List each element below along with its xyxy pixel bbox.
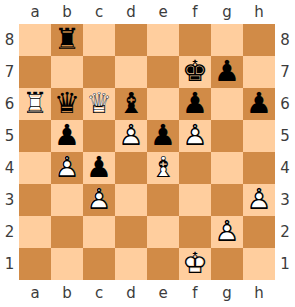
chess-piece-white-pawn[interactable]: ♟︎♙︎ <box>51 152 83 184</box>
board-square-c6[interactable]: ♛︎♕︎ <box>83 88 115 120</box>
board-square-d7[interactable] <box>115 56 147 88</box>
board-square-b3[interactable] <box>51 184 83 216</box>
board-square-g2[interactable]: ♟︎♙︎ <box>211 216 243 248</box>
white-king-glyph: ♔︎ <box>179 248 211 280</box>
board-square-b7[interactable] <box>51 56 83 88</box>
board-square-a1[interactable] <box>19 248 51 280</box>
board-square-e7[interactable] <box>147 56 179 88</box>
black-pawn-glyph: ♟︎ <box>147 120 179 152</box>
white-pawn-glyph: ♙︎ <box>211 216 243 248</box>
board-corner <box>0 280 19 307</box>
chess-piece-black-rook[interactable]: ♜︎ <box>51 24 83 56</box>
board-square-c2[interactable] <box>83 216 115 248</box>
file-label-bottom-g: g <box>211 280 243 307</box>
chess-board-diagram: abcdefgh8♜︎87♚︎♟︎76♜︎♖︎♛︎♛︎♕︎♝︎♟︎♟︎65♟︎♟… <box>0 0 295 307</box>
chess-piece-black-pawn[interactable]: ♟︎ <box>211 56 243 88</box>
black-bishop-glyph: ♝︎ <box>115 88 147 120</box>
board-square-b4[interactable]: ♟︎♙︎ <box>51 152 83 184</box>
board-square-a3[interactable] <box>19 184 51 216</box>
rank-label-left-3: 3 <box>0 184 19 216</box>
rank-label-right-1: 1 <box>275 248 295 280</box>
board-square-f1[interactable]: ♚︎♔︎ <box>179 248 211 280</box>
board-square-d4[interactable] <box>115 152 147 184</box>
board-square-c5[interactable] <box>83 120 115 152</box>
rank-label-right-7: 7 <box>275 56 295 88</box>
board-square-c7[interactable] <box>83 56 115 88</box>
board-square-g8[interactable] <box>211 24 243 56</box>
file-label-top-g: g <box>211 0 243 24</box>
rank-label-right-3: 3 <box>275 184 295 216</box>
board-square-g5[interactable] <box>211 120 243 152</box>
chess-piece-white-king[interactable]: ♚︎♔︎ <box>179 248 211 280</box>
chess-piece-white-pawn[interactable]: ♟︎♙︎ <box>83 184 115 216</box>
black-king-glyph: ♚︎ <box>179 56 211 88</box>
board-square-e2[interactable] <box>147 216 179 248</box>
file-label-top-a: a <box>19 0 51 24</box>
board-square-g7[interactable]: ♟︎ <box>211 56 243 88</box>
file-label-bottom-f: f <box>179 280 211 307</box>
board-square-g6[interactable] <box>211 88 243 120</box>
file-label-top-f: f <box>179 0 211 24</box>
file-label-bottom-c: c <box>83 280 115 307</box>
board-corner <box>0 0 19 24</box>
rank-label-right-6: 6 <box>275 88 295 120</box>
board-square-c8[interactable] <box>83 24 115 56</box>
board-square-b8[interactable]: ♜︎ <box>51 24 83 56</box>
board-square-h7[interactable] <box>243 56 275 88</box>
board-square-e5[interactable]: ♟︎ <box>147 120 179 152</box>
board-square-d8[interactable] <box>115 24 147 56</box>
file-label-bottom-b: b <box>51 280 83 307</box>
board-square-h2[interactable] <box>243 216 275 248</box>
chess-piece-black-pawn[interactable]: ♟︎ <box>51 120 83 152</box>
white-pawn-glyph: ♙︎ <box>243 184 275 216</box>
chess-piece-black-pawn[interactable]: ♟︎ <box>83 152 115 184</box>
rank-label-right-5: 5 <box>275 120 295 152</box>
white-pawn-glyph: ♙︎ <box>83 184 115 216</box>
rank-label-right-8: 8 <box>275 24 295 56</box>
board-square-e3[interactable] <box>147 184 179 216</box>
rank-label-left-8: 8 <box>0 24 19 56</box>
chess-piece-white-bishop[interactable]: ♝︎♗︎ <box>147 152 179 184</box>
white-rook-glyph: ♖︎ <box>19 88 51 120</box>
board-square-e1[interactable] <box>147 248 179 280</box>
file-label-top-b: b <box>51 0 83 24</box>
board-square-c4[interactable]: ♟︎ <box>83 152 115 184</box>
black-rook-glyph: ♜︎ <box>51 24 83 56</box>
chess-piece-white-pawn[interactable]: ♟︎♙︎ <box>211 216 243 248</box>
board-square-c1[interactable] <box>83 248 115 280</box>
board-square-d5[interactable]: ♟︎♙︎ <box>115 120 147 152</box>
white-pawn-glyph: ♙︎ <box>115 120 147 152</box>
board-square-f5[interactable]: ♟︎♙︎ <box>179 120 211 152</box>
rank-label-left-7: 7 <box>0 56 19 88</box>
board-square-b1[interactable] <box>51 248 83 280</box>
chess-piece-white-pawn[interactable]: ♟︎♙︎ <box>179 120 211 152</box>
rank-label-left-6: 6 <box>0 88 19 120</box>
white-queen-glyph: ♕︎ <box>83 88 115 120</box>
board-square-b6[interactable]: ♛︎ <box>51 88 83 120</box>
rank-label-right-2: 2 <box>275 216 295 248</box>
file-label-top-h: h <box>243 0 275 24</box>
board-corner <box>275 280 295 307</box>
chess-piece-white-pawn[interactable]: ♟︎♙︎ <box>115 120 147 152</box>
black-pawn-glyph: ♟︎ <box>179 88 211 120</box>
board-square-a2[interactable] <box>19 216 51 248</box>
board-square-f4[interactable] <box>179 152 211 184</box>
chess-piece-white-queen[interactable]: ♛︎♕︎ <box>83 88 115 120</box>
file-label-bottom-e: e <box>147 280 179 307</box>
black-pawn-glyph: ♟︎ <box>83 152 115 184</box>
file-label-bottom-a: a <box>19 280 51 307</box>
board-square-e8[interactable] <box>147 24 179 56</box>
board-square-d6[interactable]: ♝︎ <box>115 88 147 120</box>
board-square-b5[interactable]: ♟︎ <box>51 120 83 152</box>
file-label-top-e: e <box>147 0 179 24</box>
white-bishop-glyph: ♗︎ <box>147 152 179 184</box>
board-square-a6[interactable]: ♜︎♖︎ <box>19 88 51 120</box>
rank-label-right-4: 4 <box>275 152 295 184</box>
board-square-f8[interactable] <box>179 24 211 56</box>
chess-board: abcdefgh8♜︎87♚︎♟︎76♜︎♖︎♛︎♛︎♕︎♝︎♟︎♟︎65♟︎♟… <box>0 0 295 307</box>
board-square-f2[interactable] <box>179 216 211 248</box>
rank-label-left-4: 4 <box>0 152 19 184</box>
chess-piece-black-king[interactable]: ♚︎ <box>179 56 211 88</box>
board-square-g4[interactable] <box>211 152 243 184</box>
board-square-h4[interactable] <box>243 152 275 184</box>
file-label-top-d: d <box>115 0 147 24</box>
board-square-a5[interactable] <box>19 120 51 152</box>
white-pawn-glyph: ♙︎ <box>51 152 83 184</box>
board-square-f7[interactable]: ♚︎ <box>179 56 211 88</box>
file-label-top-c: c <box>83 0 115 24</box>
board-square-f6[interactable]: ♟︎ <box>179 88 211 120</box>
board-square-a8[interactable] <box>19 24 51 56</box>
board-square-e6[interactable] <box>147 88 179 120</box>
board-square-g1[interactable] <box>211 248 243 280</box>
board-corner <box>275 0 295 24</box>
board-square-c3[interactable]: ♟︎♙︎ <box>83 184 115 216</box>
board-square-h1[interactable] <box>243 248 275 280</box>
chess-piece-white-rook[interactable]: ♜︎♖︎ <box>19 88 51 120</box>
black-pawn-glyph: ♟︎ <box>211 56 243 88</box>
black-pawn-glyph: ♟︎ <box>51 120 83 152</box>
board-square-d3[interactable] <box>115 184 147 216</box>
board-square-b2[interactable] <box>51 216 83 248</box>
board-square-a7[interactable] <box>19 56 51 88</box>
board-square-e4[interactable]: ♝︎♗︎ <box>147 152 179 184</box>
board-square-f3[interactable] <box>179 184 211 216</box>
white-pawn-glyph: ♙︎ <box>179 120 211 152</box>
chess-piece-black-pawn[interactable]: ♟︎ <box>147 120 179 152</box>
board-square-h6[interactable]: ♟︎ <box>243 88 275 120</box>
chess-piece-black-pawn[interactable]: ♟︎ <box>243 88 275 120</box>
board-square-d2[interactable] <box>115 216 147 248</box>
file-label-bottom-d: d <box>115 280 147 307</box>
chess-piece-white-pawn[interactable]: ♟︎♙︎ <box>243 184 275 216</box>
board-square-g3[interactable] <box>211 184 243 216</box>
file-label-bottom-h: h <box>243 280 275 307</box>
board-square-h5[interactable] <box>243 120 275 152</box>
board-square-h3[interactable]: ♟︎♙︎ <box>243 184 275 216</box>
board-square-a4[interactable] <box>19 152 51 184</box>
board-square-d1[interactable] <box>115 248 147 280</box>
chess-piece-black-bishop[interactable]: ♝︎ <box>115 88 147 120</box>
chess-piece-black-queen[interactable]: ♛︎ <box>51 88 83 120</box>
black-queen-glyph: ♛︎ <box>51 88 83 120</box>
black-pawn-glyph: ♟︎ <box>243 88 275 120</box>
rank-label-left-1: 1 <box>0 248 19 280</box>
rank-label-left-5: 5 <box>0 120 19 152</box>
rank-label-left-2: 2 <box>0 216 19 248</box>
board-square-h8[interactable] <box>243 24 275 56</box>
chess-piece-black-pawn[interactable]: ♟︎ <box>179 88 211 120</box>
